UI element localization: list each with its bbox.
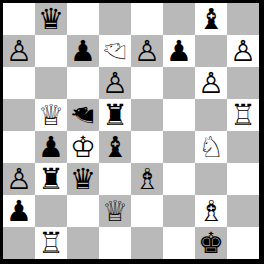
square-e1 [131,227,163,259]
square-g7 [195,35,227,67]
square-c3: ♛ [67,163,99,195]
white-knight-piece: ♘ [198,131,224,163]
square-d1 [99,227,131,259]
square-a7: ♙ [3,35,35,67]
square-b1: ♖ [35,227,67,259]
white-bishop-piece: ♗ [198,195,224,227]
black-pawn-piece: ♟ [6,195,32,227]
square-c8 [67,3,99,35]
black-knight-rotated-piece: ♞ [67,102,99,128]
square-d5: ♜ [99,99,131,131]
square-f2 [163,195,195,227]
square-h6 [227,67,259,99]
square-d2: ♕ [99,195,131,227]
square-b6 [35,67,67,99]
white-pawn-piece: ♙ [6,35,32,67]
square-c4: ♔ [67,131,99,163]
square-d3 [99,163,131,195]
square-a1 [3,227,35,259]
black-pawn-piece: ♟ [38,131,64,163]
white-queen-piece: ♕ [38,99,64,131]
square-d4: ♝ [99,131,131,163]
square-f7: ♟ [163,35,195,67]
square-e6 [131,67,163,99]
white-pawn-piece: ♙ [134,35,160,67]
white-pawn-piece: ♙ [198,67,224,99]
square-f4 [163,131,195,163]
square-b8: ♛ [35,3,67,35]
black-rook-piece: ♜ [102,99,128,131]
square-b4: ♟ [35,131,67,163]
square-b7 [35,35,67,67]
square-g8: ♝ [195,3,227,35]
square-e5 [131,99,163,131]
square-d6: ♙ [99,67,131,99]
square-a5 [3,99,35,131]
square-c1 [67,227,99,259]
square-f5 [163,99,195,131]
square-a8 [3,3,35,35]
square-e2 [131,195,163,227]
white-knight-rotated-piece: ♘ [99,38,131,64]
square-b3: ♜ [35,163,67,195]
square-d7: ♘ [99,35,131,67]
square-g5 [195,99,227,131]
square-c2 [67,195,99,227]
chess-board-frame: ♛♝♙♟♘♙♟♙♙♙♕♞♜♖♟♔♝♘♙♜♛♗♟♕♗♖♚ [0,0,264,264]
square-g6: ♙ [195,67,227,99]
black-pawn-piece: ♟ [70,35,96,67]
black-pawn-piece: ♟ [166,35,192,67]
square-h7: ♙ [227,35,259,67]
white-rook-piece: ♖ [38,227,64,259]
black-bishop-piece: ♝ [198,3,224,35]
square-b5: ♕ [35,99,67,131]
black-queen-piece: ♛ [38,3,64,35]
square-d8 [99,3,131,35]
chess-board: ♛♝♙♟♘♙♟♙♙♙♕♞♜♖♟♔♝♘♙♜♛♗♟♕♗♖♚ [3,3,259,259]
black-queen-piece: ♛ [70,163,96,195]
square-c6 [67,67,99,99]
square-h8 [227,3,259,35]
white-pawn-piece: ♙ [230,35,256,67]
square-g1: ♚ [195,227,227,259]
square-e4 [131,131,163,163]
white-king-piece: ♔ [70,131,96,163]
square-h1 [227,227,259,259]
square-e7: ♙ [131,35,163,67]
square-f8 [163,3,195,35]
square-h3 [227,163,259,195]
square-f1 [163,227,195,259]
square-a2: ♟ [3,195,35,227]
black-king-piece: ♚ [198,227,224,259]
square-a3: ♙ [3,163,35,195]
white-queen-piece: ♕ [102,195,128,227]
square-g4: ♘ [195,131,227,163]
square-a4 [3,131,35,163]
square-f3 [163,163,195,195]
white-pawn-piece: ♙ [6,163,32,195]
square-h5: ♖ [227,99,259,131]
white-rook-piece: ♖ [230,99,256,131]
square-c7: ♟ [67,35,99,67]
black-rook-piece: ♜ [38,163,64,195]
square-a6 [3,67,35,99]
white-pawn-piece: ♙ [102,67,128,99]
black-bishop-piece: ♝ [102,131,128,163]
white-bishop-piece: ♗ [134,163,160,195]
square-e3: ♗ [131,163,163,195]
square-f6 [163,67,195,99]
square-b2 [35,195,67,227]
square-h4 [227,131,259,163]
square-g2: ♗ [195,195,227,227]
square-h2 [227,195,259,227]
square-e8 [131,3,163,35]
square-c5: ♞ [67,99,99,131]
square-g3 [195,163,227,195]
